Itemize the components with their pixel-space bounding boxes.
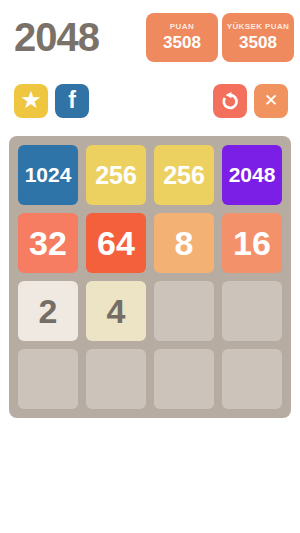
rate-button[interactable]: ★ — [14, 84, 48, 118]
restart-button[interactable] — [213, 84, 247, 118]
best-score-box: YÜKSEK PUAN 3508 — [222, 13, 294, 62]
best-score-label: YÜKSEK PUAN — [227, 22, 290, 31]
header: 2048 PUAN 3508 YÜKSEK PUAN 3508 — [0, 0, 300, 62]
toolbar: ★ f ✕ — [14, 84, 288, 118]
game-title: 2048 — [14, 13, 99, 62]
tile-2: 2 — [18, 281, 78, 341]
tile-4: 4 — [86, 281, 146, 341]
empty-cell — [154, 281, 214, 341]
tile-256: 256 — [154, 145, 214, 205]
tile-32: 32 — [18, 213, 78, 273]
tile-16: 16 — [222, 213, 282, 273]
empty-cell — [222, 281, 282, 341]
score-panel: PUAN 3508 YÜKSEK PUAN 3508 — [146, 13, 294, 62]
empty-cell — [18, 349, 78, 409]
close-button[interactable]: ✕ — [254, 84, 288, 118]
close-icon: ✕ — [264, 84, 278, 118]
score-box: PUAN 3508 — [146, 13, 218, 62]
best-score-value: 3508 — [239, 33, 277, 53]
restart-icon — [220, 91, 241, 112]
tile-256: 256 — [86, 145, 146, 205]
star-icon: ★ — [20, 83, 42, 117]
tile-2048: 2048 — [222, 145, 282, 205]
tile-1024: 1024 — [18, 145, 78, 205]
facebook-icon: f — [68, 83, 76, 117]
facebook-button[interactable]: f — [55, 84, 89, 118]
score-value: 3508 — [163, 33, 201, 53]
score-label: PUAN — [170, 22, 194, 31]
empty-cell — [222, 349, 282, 409]
app: 2048 PUAN 3508 YÜKSEK PUAN 3508 ★ f — [0, 0, 300, 533]
tile-8: 8 — [154, 213, 214, 273]
tile-64: 64 — [86, 213, 146, 273]
empty-cell — [154, 349, 214, 409]
board[interactable]: 10242562562048326481624 — [9, 136, 291, 418]
empty-cell — [86, 349, 146, 409]
